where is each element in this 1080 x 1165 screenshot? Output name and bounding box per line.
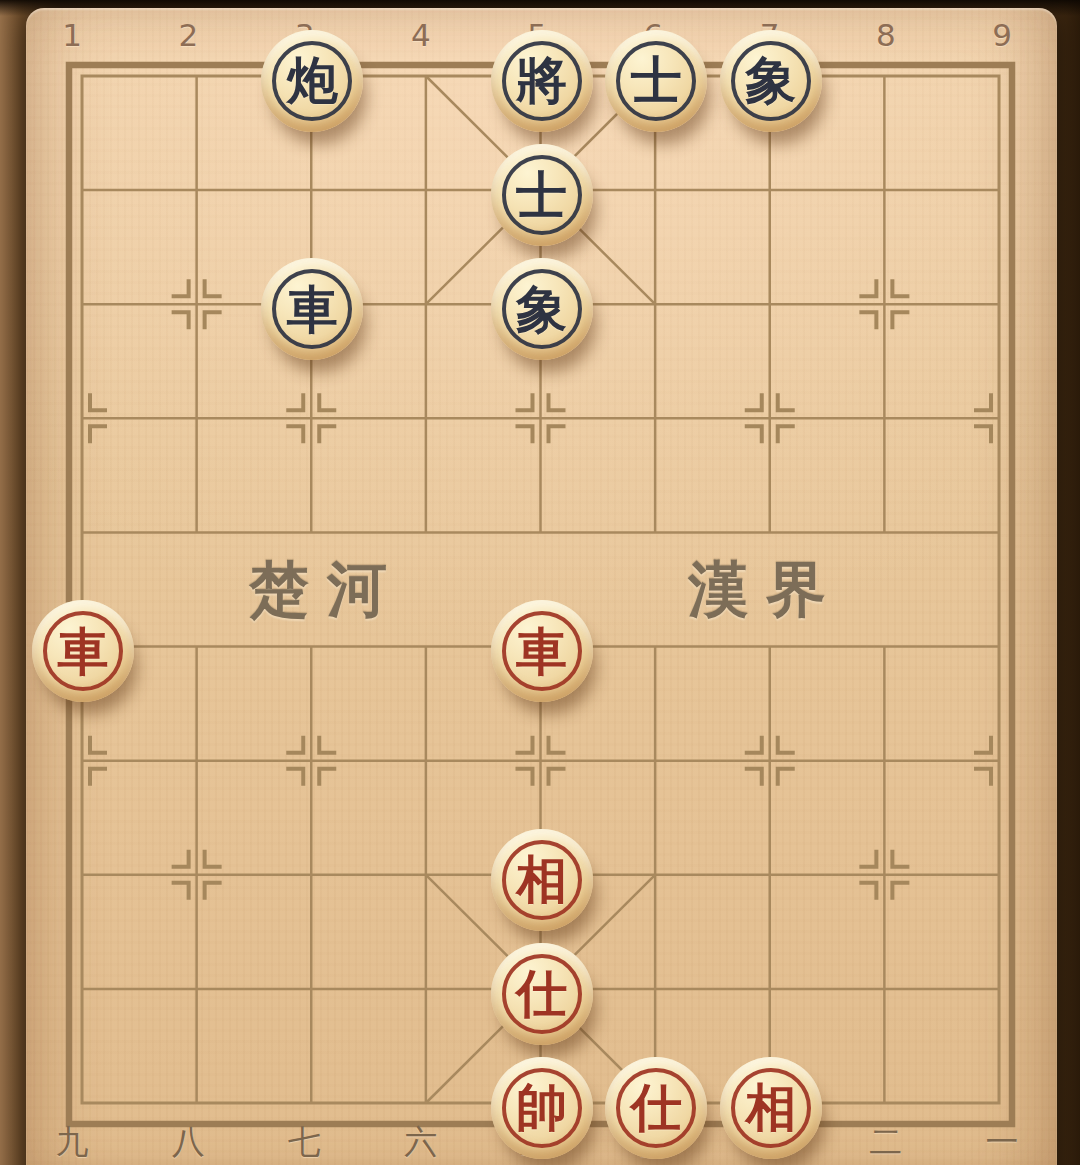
piece-character: 車 (287, 284, 338, 335)
piece-character: 將 (516, 55, 567, 106)
piece-character: 車 (516, 626, 567, 677)
piece-character: 士 (516, 170, 567, 221)
piece-character: 炮 (287, 55, 338, 106)
red-advisor-piece[interactable]: 仕 (605, 1057, 707, 1159)
black-advisor-piece[interactable]: 士 (491, 144, 593, 246)
piece-character: 帥 (516, 1082, 567, 1133)
piece-layer: 炮將士象士車象車車相仕帥仕相 (25, 19, 1057, 1160)
red-general-piece[interactable]: 帥 (491, 1057, 593, 1159)
piece-character: 相 (516, 854, 567, 905)
red-chariot-piece[interactable]: 車 (32, 600, 134, 702)
piece-character: 象 (745, 55, 796, 106)
black-chariot-piece[interactable]: 車 (261, 258, 363, 360)
black-elephant-piece[interactable]: 象 (720, 30, 822, 132)
red-chariot-piece[interactable]: 車 (491, 600, 593, 702)
piece-character: 象 (516, 284, 567, 335)
black-advisor-piece[interactable]: 士 (605, 30, 707, 132)
piece-character: 仕 (516, 968, 567, 1019)
red-elephant-piece[interactable]: 相 (491, 829, 593, 931)
black-general-piece[interactable]: 將 (491, 30, 593, 132)
piece-character: 士 (631, 55, 682, 106)
piece-character: 相 (745, 1082, 796, 1133)
black-cannon-piece[interactable]: 炮 (261, 30, 363, 132)
black-elephant-piece[interactable]: 象 (491, 258, 593, 360)
piece-character: 仕 (631, 1082, 682, 1133)
red-elephant-piece[interactable]: 相 (720, 1057, 822, 1159)
xiangqi-game-screen: 楚河 漢界 123456789 九八七六五四三二一 炮將士象士車象車車相仕帥仕相 (0, 0, 1080, 1165)
piece-character: 車 (58, 626, 109, 677)
red-advisor-piece[interactable]: 仕 (491, 943, 593, 1045)
